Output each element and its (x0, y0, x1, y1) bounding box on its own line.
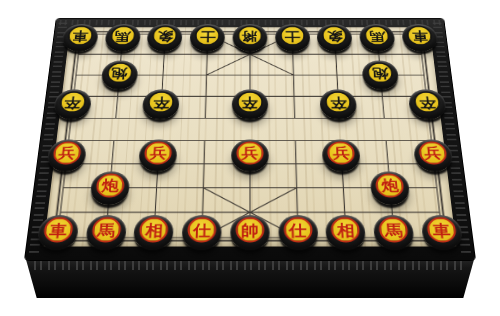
piece-red-soldier[interactable]: 兵 (413, 139, 454, 171)
piece-face: 兵 (236, 141, 263, 164)
piece-grid: 車馬象士將士象馬車炮炮卒卒卒卒卒兵兵兵兵兵炮炮車馬相仕帥仕相馬車 (32, 24, 468, 250)
piece-character: 炮 (372, 66, 389, 79)
piece-character: 車 (411, 30, 428, 42)
piece-character: 象 (327, 30, 343, 42)
piece-black-elephant[interactable]: 象 (317, 24, 353, 51)
piece-black-general[interactable]: 將 (232, 24, 267, 51)
piece-character: 仕 (193, 222, 211, 238)
piece-red-advisor[interactable]: 仕 (278, 215, 318, 250)
piece-character: 兵 (242, 146, 259, 160)
piece-character: 卒 (242, 96, 258, 109)
piece-red-horse[interactable]: 馬 (85, 215, 127, 250)
piece-black-soldier[interactable]: 卒 (232, 90, 269, 120)
piece-face: 仕 (283, 218, 312, 243)
piece-character: 兵 (333, 146, 351, 160)
piece-red-chariot[interactable]: 車 (36, 215, 79, 250)
piece-character: 兵 (424, 146, 443, 160)
piece-face: 卒 (237, 91, 264, 113)
piece-character: 炮 (381, 178, 399, 193)
piece-black-soldier[interactable]: 卒 (53, 90, 93, 120)
piece-red-advisor[interactable]: 仕 (182, 215, 222, 250)
piece-character: 兵 (58, 146, 77, 160)
xiangqi-board: 車馬象士將士象馬車炮炮卒卒卒卒卒兵兵兵兵兵炮炮車馬相仕帥仕相馬車 (25, 19, 475, 260)
piece-character: 卒 (330, 96, 347, 109)
piece-black-advisor[interactable]: 士 (275, 24, 311, 51)
piece-red-soldier[interactable]: 兵 (231, 139, 269, 171)
piece-character: 象 (157, 30, 173, 42)
piece-black-soldier[interactable]: 卒 (142, 90, 180, 120)
product-photo: 車馬象士將士象馬車炮炮卒卒卒卒卒兵兵兵兵兵炮炮車馬相仕帥仕相馬車 (0, 0, 500, 316)
piece-black-soldier[interactable]: 卒 (320, 90, 358, 120)
piece-black-elephant[interactable]: 象 (147, 24, 183, 51)
piece-red-chariot[interactable]: 車 (420, 215, 463, 250)
piece-red-soldier[interactable]: 兵 (46, 139, 87, 171)
piece-black-chariot[interactable]: 車 (61, 24, 99, 51)
piece-character: 兵 (150, 146, 168, 160)
piece-face: 象 (322, 26, 348, 46)
piece-face: 卒 (325, 91, 353, 113)
piece-character: 卒 (153, 96, 170, 109)
piece-character: 馬 (369, 30, 386, 42)
piece-character: 卒 (418, 96, 436, 109)
piece-black-horse[interactable]: 馬 (104, 24, 141, 51)
piece-character: 相 (145, 222, 164, 238)
piece-face: 炮 (367, 63, 395, 84)
piece-red-soldier[interactable]: 兵 (322, 139, 361, 171)
piece-character: 車 (432, 222, 451, 238)
piece-character: 馬 (114, 30, 131, 42)
piece-character: 馬 (97, 222, 116, 238)
piece-character: 卒 (64, 96, 82, 109)
piece-face: 馬 (364, 26, 391, 46)
piece-character: 相 (337, 222, 356, 238)
piece-red-elephant[interactable]: 相 (325, 215, 366, 250)
piece-face: 兵 (327, 141, 356, 164)
piece-character: 士 (284, 30, 300, 42)
piece-character: 車 (49, 222, 68, 238)
piece-red-general[interactable]: 帥 (230, 215, 270, 250)
piece-red-elephant[interactable]: 相 (133, 215, 174, 250)
piece-red-cannon[interactable]: 炮 (370, 171, 411, 204)
piece-face: 士 (280, 26, 306, 46)
piece-character: 炮 (111, 66, 128, 79)
piece-character: 炮 (101, 178, 119, 193)
piece-character: 帥 (241, 222, 259, 238)
piece-black-horse[interactable]: 馬 (359, 24, 396, 51)
piece-character: 車 (72, 30, 89, 42)
piece-character: 將 (242, 30, 258, 42)
piece-black-soldier[interactable]: 卒 (408, 90, 448, 120)
piece-red-soldier[interactable]: 兵 (139, 139, 178, 171)
piece-character: 士 (200, 30, 216, 42)
piece-face: 將 (237, 26, 262, 46)
piece-red-horse[interactable]: 馬 (373, 215, 415, 250)
piece-black-cannon[interactable]: 炮 (362, 61, 400, 90)
base-meander-pattern (34, 259, 466, 270)
piece-character: 馬 (384, 222, 403, 238)
piece-character: 仕 (289, 222, 307, 238)
piece-black-cannon[interactable]: 炮 (100, 61, 138, 90)
piece-face: 帥 (236, 218, 265, 243)
piece-face: 相 (331, 218, 361, 243)
piece-black-advisor[interactable]: 士 (190, 24, 226, 51)
piece-red-cannon[interactable]: 炮 (89, 171, 130, 204)
piece-black-chariot[interactable]: 車 (401, 24, 439, 51)
board-base (25, 256, 475, 298)
